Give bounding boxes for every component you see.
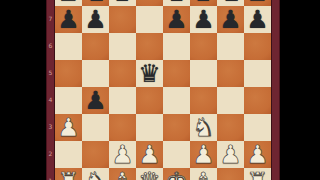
square-a7: ♟ (55, 6, 82, 33)
square-e7: ♟ (163, 6, 190, 33)
chess-board: ♜♞♝♚♝♞♜♟♟♟♟♟♟♛♟♟♞♟♟♟♟♟♜♞♝♛♚♝♜ (55, 0, 271, 180)
chess-board-frame: 87654321 ♜♞♝♚♝♞♜♟♟♟♟♟♟♛♟♟♞♟♟♟♟♟♜♞♝♛♚♝♜ (46, 0, 280, 180)
square-g3 (217, 114, 244, 141)
piece-wn-b1: ♞ (82, 168, 109, 180)
square-c7 (109, 6, 136, 33)
board-clip: ♜♞♝♚♝♞♜♟♟♟♟♟♟♛♟♟♞♟♟♟♟♟♜♞♝♛♚♝♜ (55, 0, 271, 180)
square-d1: ♛ (136, 168, 163, 180)
piece-wp-c2: ♟ (109, 141, 136, 168)
square-e5 (163, 60, 190, 87)
square-a3: ♟ (55, 114, 82, 141)
piece-wp-h2: ♟ (244, 141, 271, 168)
square-e4 (163, 87, 190, 114)
piece-wp-d2: ♟ (136, 141, 163, 168)
square-c5 (109, 60, 136, 87)
square-e2 (163, 141, 190, 168)
square-a4 (55, 87, 82, 114)
square-f7: ♟ (190, 6, 217, 33)
square-d7 (136, 6, 163, 33)
square-e3 (163, 114, 190, 141)
piece-wp-a3: ♟ (55, 114, 82, 141)
square-f2: ♟ (190, 141, 217, 168)
piece-wr-h1: ♜ (244, 168, 271, 180)
square-a5 (55, 60, 82, 87)
square-g5 (217, 60, 244, 87)
square-d4 (136, 87, 163, 114)
square-g7: ♟ (217, 6, 244, 33)
square-b1: ♞ (82, 168, 109, 180)
square-f1: ♝ (190, 168, 217, 180)
piece-wr-a1: ♜ (55, 168, 82, 180)
letterbox-left (0, 0, 46, 180)
square-h5 (244, 60, 271, 87)
square-d5: ♛ (136, 60, 163, 87)
piece-bp-g7: ♟ (217, 6, 244, 33)
square-a1: ♜ (55, 168, 82, 180)
piece-wq-d1: ♛ (136, 168, 163, 180)
square-a6 (55, 33, 82, 60)
square-g4 (217, 87, 244, 114)
piece-wn-f3: ♞ (190, 114, 217, 141)
square-f5 (190, 60, 217, 87)
rank-label-7: 7 (46, 5, 55, 32)
square-g2: ♟ (217, 141, 244, 168)
square-e6 (163, 33, 190, 60)
rank-labels: 87654321 (46, 0, 55, 180)
square-d2: ♟ (136, 141, 163, 168)
rank-label-4: 4 (46, 86, 55, 113)
square-h6 (244, 33, 271, 60)
square-b3 (82, 114, 109, 141)
piece-wk-e1: ♚ (163, 168, 190, 180)
piece-wb-f1: ♝ (190, 168, 217, 180)
square-b5 (82, 60, 109, 87)
square-b2 (82, 141, 109, 168)
rank-label-3: 3 (46, 113, 55, 140)
rank-label-5: 5 (46, 59, 55, 86)
piece-bq-d5: ♛ (136, 60, 163, 87)
piece-bp-h7: ♟ (244, 6, 271, 33)
square-a2 (55, 141, 82, 168)
letterbox-right (280, 0, 320, 180)
square-b4: ♟ (82, 87, 109, 114)
video-frame: 87654321 ♜♞♝♚♝♞♜♟♟♟♟♟♟♛♟♟♞♟♟♟♟♟♜♞♝♛♚♝♜ (0, 0, 320, 180)
square-c6 (109, 33, 136, 60)
rank-label-1: 1 (46, 167, 55, 180)
square-c4 (109, 87, 136, 114)
piece-wp-g2: ♟ (217, 141, 244, 168)
square-f6 (190, 33, 217, 60)
square-d3 (136, 114, 163, 141)
piece-wp-f2: ♟ (190, 141, 217, 168)
square-f4 (190, 87, 217, 114)
piece-bp-f7: ♟ (190, 6, 217, 33)
piece-wb-c1: ♝ (109, 168, 136, 180)
square-h4 (244, 87, 271, 114)
piece-bp-b7: ♟ (82, 6, 109, 33)
square-d6 (136, 33, 163, 60)
square-h1: ♜ (244, 168, 271, 180)
square-e1: ♚ (163, 168, 190, 180)
square-g1 (217, 168, 244, 180)
square-b6 (82, 33, 109, 60)
piece-bp-b4: ♟ (82, 87, 109, 114)
square-g6 (217, 33, 244, 60)
square-h2: ♟ (244, 141, 271, 168)
square-c1: ♝ (109, 168, 136, 180)
piece-bp-e7: ♟ (163, 6, 190, 33)
rank-label-2: 2 (46, 140, 55, 167)
square-b7: ♟ (82, 6, 109, 33)
rank-label-6: 6 (46, 32, 55, 59)
square-f3: ♞ (190, 114, 217, 141)
square-h7: ♟ (244, 6, 271, 33)
square-c3 (109, 114, 136, 141)
piece-bp-a7: ♟ (55, 6, 82, 33)
square-h3 (244, 114, 271, 141)
square-c2: ♟ (109, 141, 136, 168)
